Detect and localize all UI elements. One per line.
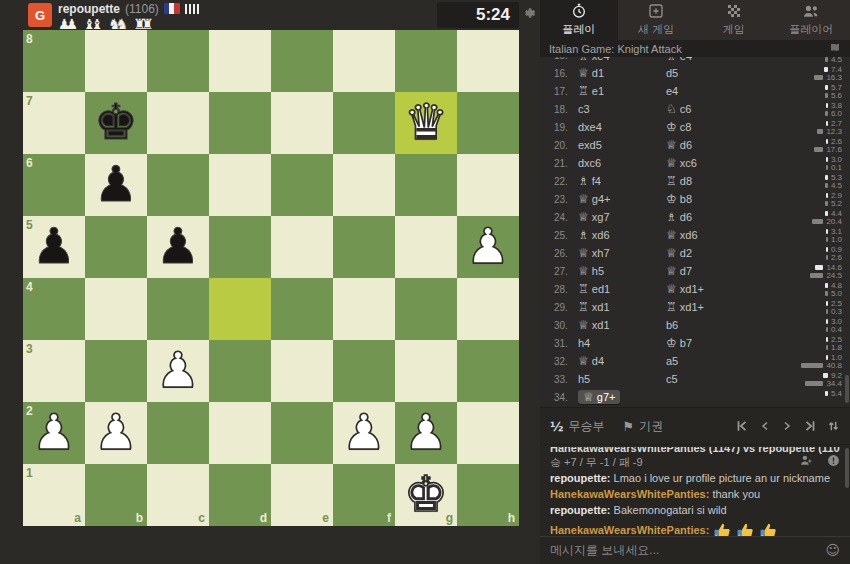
chat-message: HanekawaWearsWhitePanties: <box>550 518 840 536</box>
settings-gear-icon[interactable] <box>523 6 537 24</box>
square-c8[interactable] <box>147 30 209 92</box>
piece-figurine-icon: ♕ <box>666 283 677 295</box>
square-c2[interactable] <box>147 402 209 464</box>
white-move[interactable]: ♕g4+ <box>578 193 666 205</box>
square-h4[interactable] <box>457 278 519 340</box>
move-row: 23.♕g4+♔b82.95.2 <box>540 190 850 208</box>
square-e1[interactable]: e <box>271 464 333 526</box>
white-move[interactable]: dxe4 <box>578 121 666 133</box>
square-d7[interactable] <box>209 92 271 154</box>
move-row: 29.♖xd1♖xd1+2.50.3 <box>540 298 850 316</box>
match-header: HanekawaWearsWhitePanties (1147) vs repo… <box>550 447 840 454</box>
square-c7[interactable] <box>147 92 209 154</box>
square-d3[interactable] <box>209 340 271 402</box>
piece-figurine-icon: ♕ <box>578 211 589 223</box>
move-times: 3.00.1 <box>826 156 850 171</box>
opening-bar: Italian Game: Knight Attack <box>540 40 850 57</box>
piece-figurine-icon: ♔ <box>666 121 677 133</box>
square-b8[interactable] <box>85 30 147 92</box>
thumbs-up-emoji <box>713 521 732 537</box>
piece-figurine-icon: ♘ <box>666 103 677 115</box>
square-a1[interactable]: 1a <box>23 464 85 526</box>
top-player-bar: G repoupette (1106) ♟♟♝♝♞♞♜♜ ⊖ 5:24 <box>0 0 540 30</box>
plus-square-icon <box>648 3 664 19</box>
move-row: 25.♗xd6♕xd63.11.0 <box>540 226 850 244</box>
square-h2[interactable] <box>457 402 519 464</box>
captured-bishops: ♝♝ <box>83 17 103 31</box>
black-move[interactable]: ♗e4 <box>666 57 754 62</box>
move-number: 28. <box>540 284 578 295</box>
piece-figurine-icon: ♗ <box>578 57 589 62</box>
black-move[interactable]: ♕xd6 <box>666 229 754 241</box>
square-h6[interactable] <box>457 154 519 216</box>
chat-scrollbar[interactable] <box>845 448 849 488</box>
square-g1[interactable]: g♚ <box>395 464 457 526</box>
square-b1[interactable]: b <box>85 464 147 526</box>
move-times: 2.617.6 <box>814 138 850 153</box>
top-player-clock: 5:24 <box>437 2 519 28</box>
move-number: 26. <box>540 248 578 259</box>
move-row: 24.♕xg7♗d64.420.4 <box>540 208 850 226</box>
square-a2[interactable]: 2♟ <box>23 402 85 464</box>
square-g6[interactable] <box>395 154 457 216</box>
move-number: 17. <box>540 86 578 97</box>
move-times: 1.040.8 <box>801 354 850 369</box>
black-move[interactable]: a5 <box>666 355 754 367</box>
board-icon <box>726 3 742 19</box>
file-label: h <box>508 511 515 525</box>
chat-input-bar: 메시지를 보내세요... ☺ <box>540 536 850 563</box>
square-c3[interactable]: ♟ <box>147 340 209 402</box>
opening-book-icon[interactable] <box>829 42 841 56</box>
white-move[interactable]: ♕d4 <box>578 355 666 367</box>
piece-figurine-icon: ♖ <box>666 301 677 313</box>
white-queen[interactable]: ♛ <box>395 92 457 154</box>
captured-pawns: ♟♟ <box>58 17 78 31</box>
move-times: 5.34.5 <box>825 174 850 189</box>
file-label: d <box>260 511 267 525</box>
white-move[interactable]: ♗f4 <box>578 175 666 187</box>
half-point-icon: ½ <box>550 419 563 434</box>
move-row: 19.dxe4♔c82.712.3 <box>540 118 850 136</box>
move-number: 23. <box>540 194 578 205</box>
white-pawn[interactable]: ♟ <box>395 402 457 464</box>
black-king[interactable]: ♚ <box>85 92 147 154</box>
piece-figurine-icon: ♕ <box>666 157 677 169</box>
movelist-scrollbar[interactable] <box>845 375 849 403</box>
square-c5[interactable]: ♟ <box>147 216 209 278</box>
black-move[interactable]: ♕d2 <box>666 247 754 259</box>
rank-label: 8 <box>26 32 33 46</box>
square-b6[interactable]: ♟ <box>85 154 147 216</box>
black-move[interactable]: ♘c6 <box>666 103 754 115</box>
square-a5[interactable]: 5♟ <box>23 216 85 278</box>
flip-board-button[interactable] <box>827 419 840 433</box>
sidebar: 플레이새 게임게임플레이어 Italian Game: Knight Attac… <box>540 0 850 564</box>
square-g5[interactable] <box>395 216 457 278</box>
piece-figurine-icon: ♕ <box>578 67 589 79</box>
square-g2[interactable]: ♟ <box>395 402 457 464</box>
move-times: 14.624.5 <box>810 264 850 279</box>
rank-label: 1 <box>26 466 33 480</box>
white-move[interactable]: ♕d1 <box>578 67 666 79</box>
white-move[interactable]: ♕xd1 <box>578 319 666 331</box>
game-area: G repoupette (1106) ♟♟♝♝♞♞♜♜ ⊖ 5:24 87♚♛… <box>0 0 540 564</box>
piece-figurine-icon: ♖ <box>578 85 589 97</box>
white-move[interactable]: ♗xe4 <box>578 57 666 62</box>
move-number: 22. <box>540 176 578 187</box>
players-icon <box>802 3 820 19</box>
sidebar-tabs: 플레이새 게임게임플레이어 <box>540 0 850 40</box>
move-list[interactable]: 15.♗xe4♗e44.516.♕d1d57.416.317.♖e1e45.75… <box>540 57 850 407</box>
piece-figurine-icon: ♕ <box>583 391 594 403</box>
rating-change-record: 승 +7 / 무 -1 / 패 -9 <box>550 455 643 470</box>
piece-figurine-icon: ♗ <box>666 211 677 223</box>
piece-figurine-icon: ♕ <box>666 139 677 151</box>
chat-input[interactable]: 메시지를 보내세요... <box>550 542 659 559</box>
square-d5[interactable] <box>209 216 271 278</box>
clock-icon <box>571 3 587 19</box>
black-move[interactable]: ♕d6 <box>666 139 754 151</box>
chess-board[interactable]: 87♚♛6♟5♟♟♟43♟2♟♟♟♟1abcdefg♚h <box>23 30 519 526</box>
file-label: a <box>74 511 81 525</box>
prev-move-button[interactable] <box>759 419 771 433</box>
square-b5[interactable] <box>85 216 147 278</box>
file-label: f <box>387 511 391 525</box>
white-move[interactable]: ♖ed1 <box>578 283 666 295</box>
piece-figurine-icon: ♕ <box>578 265 589 277</box>
chat-username[interactable]: repoupette: <box>550 472 611 484</box>
square-e7[interactable] <box>271 92 333 154</box>
square-h7[interactable] <box>457 92 519 154</box>
square-g7[interactable]: ♛ <box>395 92 457 154</box>
move-row: 22.♗f4♖d85.34.5 <box>540 172 850 190</box>
thumbs-up-emoji <box>759 521 778 537</box>
square-e8[interactable] <box>271 30 333 92</box>
chess-app: G repoupette (1106) ♟♟♝♝♞♞♜♜ ⊖ 5:24 87♚♛… <box>0 0 850 564</box>
square-a6[interactable]: 6 <box>23 154 85 216</box>
move-number: 24. <box>540 212 578 223</box>
move-times: 5.75.6 <box>825 84 850 99</box>
square-h8[interactable] <box>457 30 519 92</box>
black-move[interactable]: c5 <box>666 373 754 385</box>
move-number: 29. <box>540 302 578 313</box>
square-f3[interactable] <box>333 340 395 402</box>
rank-label: 4 <box>26 280 33 294</box>
black-move[interactable]: ♔c8 <box>666 121 754 133</box>
move-times: 2.51.8 <box>826 336 850 351</box>
chat-username[interactable]: repoupette: <box>550 504 611 516</box>
square-e5[interactable] <box>271 216 333 278</box>
draw-button[interactable]: ½ 무승부 <box>550 418 604 435</box>
move-row: 33.h5c59.234.4 <box>540 370 850 388</box>
move-times: 0.92.6 <box>826 246 850 261</box>
black-move[interactable]: ♕xc6 <box>666 157 754 169</box>
top-player-rating: (1106) <box>125 2 159 16</box>
square-b3[interactable] <box>85 340 147 402</box>
piece-figurine-icon: ♕ <box>578 193 589 205</box>
square-h1[interactable]: h <box>457 464 519 526</box>
black-move[interactable]: ♖d8 <box>666 175 754 187</box>
square-c1[interactable]: c <box>147 464 209 526</box>
piece-figurine-icon: ♗ <box>578 175 589 187</box>
move-number: 31. <box>540 338 578 349</box>
move-times: 2.50.3 <box>826 300 850 315</box>
square-e3[interactable] <box>271 340 333 402</box>
tab-players[interactable]: 플레이어 <box>773 0 850 40</box>
move-row: 26.♕xh7♕d20.92.6 <box>540 244 850 262</box>
add-friend-icon[interactable] <box>799 453 813 471</box>
file-label: b <box>136 511 143 525</box>
square-d2[interactable] <box>209 402 271 464</box>
white-move[interactable]: ♖xd1 <box>578 301 666 313</box>
white-pawn[interactable]: ♟ <box>147 340 209 402</box>
piece-figurine-icon: ♕ <box>666 265 677 277</box>
piece-figurine-icon: ♕ <box>578 355 589 367</box>
move-number: 19. <box>540 122 578 133</box>
black-move[interactable]: b6 <box>666 319 754 331</box>
piece-figurine-icon: ♖ <box>578 283 589 295</box>
france-flag-icon <box>164 3 180 14</box>
square-c4[interactable] <box>147 278 209 340</box>
square-h3[interactable] <box>457 340 519 402</box>
square-h5[interactable]: ♟ <box>457 216 519 278</box>
chat-panel: HanekawaWearsWhitePanties (1147) vs repo… <box>540 445 850 536</box>
square-d4[interactable] <box>209 278 271 340</box>
white-move[interactable]: ♕g7+ <box>578 390 666 404</box>
move-row: 31.h4♔b72.51.8 <box>540 334 850 352</box>
move-times: 3.11.0 <box>826 228 850 243</box>
square-e6[interactable] <box>271 154 333 216</box>
black-move[interactable]: ♕xd1+ <box>666 283 754 295</box>
piece-figurine-icon: ♕ <box>666 229 677 241</box>
tab-new-game[interactable]: 새 게임 <box>618 0 696 40</box>
square-f6[interactable] <box>333 154 395 216</box>
game-controls: ½ 무승부 ⚑ 기권 <box>540 407 850 445</box>
black-move[interactable]: ♕d7 <box>666 265 754 277</box>
piece-figurine-icon: ♗ <box>666 57 677 62</box>
move-times: 4.5 <box>825 57 850 63</box>
square-d6[interactable] <box>209 154 271 216</box>
square-f4[interactable] <box>333 278 395 340</box>
first-move-button[interactable] <box>735 419 749 433</box>
move-times: 3.00.4 <box>826 318 850 333</box>
top-captured-pieces: ♟♟♝♝♞♞♜♜ <box>58 16 199 31</box>
move-number: 21. <box>540 158 578 169</box>
square-e2[interactable] <box>271 402 333 464</box>
square-a7[interactable]: 7 <box>23 92 85 154</box>
piece-figurine-icon: ♕ <box>666 247 677 259</box>
square-b2[interactable]: ♟ <box>85 402 147 464</box>
square-g4[interactable] <box>395 278 457 340</box>
square-d8[interactable] <box>209 30 271 92</box>
move-row: 15.♗xe4♗e44.5 <box>540 57 850 64</box>
white-move[interactable]: ♕xh7 <box>578 247 666 259</box>
square-g8[interactable] <box>395 30 457 92</box>
move-row: 32.♕d4a51.040.8 <box>540 352 850 370</box>
piece-figurine-icon: ♗ <box>578 229 589 241</box>
move-number: 18. <box>540 104 578 115</box>
thumbs-up-emoji <box>736 521 755 537</box>
black-move[interactable]: d5 <box>666 67 754 79</box>
white-king[interactable]: ♚ <box>395 464 457 526</box>
move-number: 33. <box>540 374 578 385</box>
rank-label: 6 <box>26 156 33 170</box>
square-f5[interactable] <box>333 216 395 278</box>
piece-figurine-icon: ♔ <box>666 337 677 349</box>
move-number: 15. <box>540 57 578 61</box>
white-move[interactable]: ♕xg7 <box>578 211 666 223</box>
move-times: 4.420.4 <box>812 210 850 225</box>
move-times: 2.95.2 <box>825 192 850 207</box>
last-move-button[interactable] <box>803 419 817 433</box>
captured-knights: ♞♞ <box>108 17 128 31</box>
square-b4[interactable] <box>85 278 147 340</box>
move-number: 25. <box>540 230 578 241</box>
white-move[interactable]: ♖e1 <box>578 85 666 97</box>
move-times: 3.86.0 <box>825 102 850 117</box>
move-number: 30. <box>540 320 578 331</box>
rank-label: 7 <box>26 94 33 108</box>
move-row: 18.c3♘c63.86.0 <box>540 100 850 118</box>
tab-play[interactable]: 플레이 <box>540 0 618 40</box>
move-times: 9.234.4 <box>805 372 850 387</box>
next-move-button[interactable] <box>781 419 793 433</box>
square-g3[interactable] <box>395 340 457 402</box>
white-move[interactable]: h4 <box>578 337 666 349</box>
white-pawn[interactable]: ♟ <box>23 402 85 464</box>
piece-figurine-icon: ♕ <box>578 319 589 331</box>
white-move[interactable]: ♕h5 <box>578 265 666 277</box>
top-player-avatar[interactable]: G <box>28 3 52 27</box>
black-pawn[interactable]: ♟ <box>85 154 147 216</box>
move-number: 34. <box>540 392 578 403</box>
connection-bars-icon <box>185 4 199 14</box>
resign-flag-icon: ⚑ <box>622 419 634 434</box>
move-row: 30.♕xd1b63.00.4 <box>540 316 850 334</box>
top-player-name[interactable]: repoupette <box>58 2 120 16</box>
black-move[interactable]: ♔b8 <box>666 193 754 205</box>
square-f2[interactable]: ♟ <box>333 402 395 464</box>
square-a8[interactable]: 8 <box>23 30 85 92</box>
square-f8[interactable] <box>333 30 395 92</box>
white-move[interactable]: dxc6 <box>578 157 666 169</box>
captured-rooks: ♜♜ <box>133 17 153 31</box>
white-move[interactable]: exd5 <box>578 139 666 151</box>
square-e4[interactable] <box>271 278 333 340</box>
bottom-player-bar: HanekawaWearsWhitePanties (1147) ♙♙♙♙♙♗♗… <box>0 534 540 564</box>
resign-button[interactable]: ⚑ 기권 <box>622 418 663 435</box>
move-times: 4.85.0 <box>825 282 850 297</box>
move-number: 20. <box>540 140 578 151</box>
move-number: 32. <box>540 356 578 367</box>
move-row: 17.♖e1e45.75.6 <box>540 82 850 100</box>
piece-figurine-icon: ♔ <box>666 193 677 205</box>
square-d1[interactable]: d <box>209 464 271 526</box>
chat-message: repoupette: Lmao i love ur profile pictu… <box>550 470 840 486</box>
opening-name: Italian Game: Knight Attack <box>549 43 682 55</box>
move-row: 28.♖ed1♕xd1+4.85.0 <box>540 280 850 298</box>
black-move[interactable]: ♔b7 <box>666 337 754 349</box>
black-move[interactable]: ♖xd1+ <box>666 301 754 313</box>
file-label: c <box>198 511 205 525</box>
square-b7[interactable]: ♚ <box>85 92 147 154</box>
chat-message: HanekawaWearsWhitePanties: thank you <box>550 486 840 502</box>
rank-label: 3 <box>26 342 33 356</box>
file-label: e <box>322 511 329 525</box>
move-row: 16.♕d1d57.416.3 <box>540 64 850 82</box>
white-move[interactable]: ♗xd6 <box>578 229 666 241</box>
square-f1[interactable]: f <box>333 464 395 526</box>
black-pawn[interactable]: ♟ <box>147 216 209 278</box>
piece-figurine-icon: ♕ <box>578 247 589 259</box>
tab-games[interactable]: 게임 <box>695 0 773 40</box>
square-a3[interactable]: 3 <box>23 340 85 402</box>
move-number: 16. <box>540 68 578 79</box>
square-a4[interactable]: 4 <box>23 278 85 340</box>
move-row: 34.♕g7+5.4 <box>540 388 850 406</box>
white-pawn[interactable]: ♟ <box>457 216 519 278</box>
square-f7[interactable] <box>333 92 395 154</box>
black-move[interactable]: ♗d6 <box>666 211 754 223</box>
chat-username[interactable]: HanekawaWearsWhitePanties: <box>550 488 709 500</box>
white-pawn[interactable]: ♟ <box>333 402 395 464</box>
piece-figurine-icon: ♖ <box>578 301 589 313</box>
chat-username[interactable]: HanekawaWearsWhitePanties: <box>550 522 709 536</box>
white-pawn[interactable]: ♟ <box>85 402 147 464</box>
square-c6[interactable] <box>147 154 209 216</box>
move-row: 20.exd5♕d62.617.6 <box>540 136 850 154</box>
move-row: 21.dxc6♕xc63.00.1 <box>540 154 850 172</box>
emoji-smiley-icon[interactable]: ☺ <box>825 542 840 558</box>
piece-figurine-icon: ♖ <box>666 175 677 187</box>
white-move[interactable]: h5 <box>578 373 666 385</box>
move-number: 27. <box>540 266 578 277</box>
move-row: 27.♕h5♕d714.624.5 <box>540 262 850 280</box>
chat-message: repoupette: Bakemonogatari si wild <box>550 502 840 518</box>
move-times: 7.416.3 <box>814 66 850 81</box>
black-pawn[interactable]: ♟ <box>23 216 85 278</box>
black-move[interactable]: e4 <box>666 85 754 97</box>
move-times: 2.712.3 <box>817 120 850 135</box>
white-move[interactable]: c3 <box>578 103 666 115</box>
report-icon[interactable] <box>827 453 840 471</box>
